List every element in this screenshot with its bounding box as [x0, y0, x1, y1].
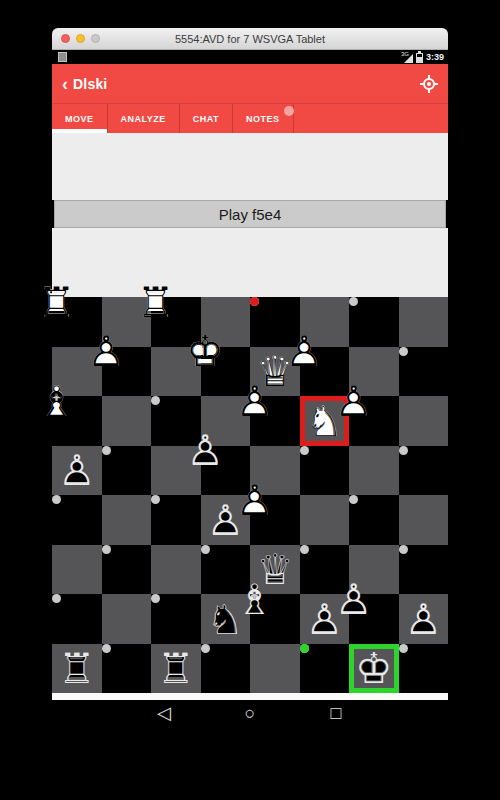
- square-d3[interactable]: ♟♙: [250, 396, 259, 405]
- opponent-name-title: Dlski: [73, 76, 107, 92]
- white-pawn-d5: ♟♙: [250, 495, 259, 504]
- tab-analyze[interactable]: ANALYZE: [108, 104, 180, 133]
- play-move-label: Play f5e4: [219, 206, 282, 223]
- square-b7[interactable]: ♟♙: [349, 594, 358, 603]
- nav-recents-icon[interactable]: □: [325, 704, 347, 745]
- square-g5[interactable]: [102, 495, 152, 545]
- android-status-bar: 3G 3:39: [52, 50, 448, 64]
- square-g6[interactable]: [102, 545, 111, 554]
- square-e8[interactable]: [201, 644, 210, 653]
- status-clock: 3:39: [426, 52, 444, 63]
- square-a5[interactable]: [399, 495, 449, 545]
- notes-badge: [284, 106, 294, 116]
- square-f3[interactable]: [151, 396, 160, 405]
- square-e6[interactable]: [201, 545, 210, 554]
- tab-move[interactable]: MOVE: [52, 104, 108, 133]
- minimize-button[interactable]: [76, 34, 85, 43]
- content-spacer-top: [52, 133, 448, 200]
- battery-icon: [416, 53, 423, 63]
- window-controls: [61, 34, 100, 43]
- square-d5[interactable]: ♟♙: [250, 495, 259, 504]
- square-h3[interactable]: ♝♗: [52, 396, 61, 405]
- square-f8[interactable]: ♜♖: [151, 644, 201, 694]
- square-b8[interactable]: ♚♔: [349, 644, 399, 694]
- black-pawn-h4: ♟♙: [52, 446, 102, 496]
- close-button[interactable]: [61, 34, 70, 43]
- white-pawn-g2: ♟♙: [102, 347, 111, 356]
- sdcard-icon: [58, 52, 67, 62]
- tab-notes[interactable]: NOTES: [233, 104, 294, 133]
- square-a8[interactable]: [399, 644, 408, 653]
- nav-home-icon[interactable]: ○: [239, 704, 261, 745]
- square-f5[interactable]: [151, 495, 160, 504]
- nav-back-icon[interactable]: ◁: [153, 704, 175, 745]
- square-a7[interactable]: ♟♙: [399, 594, 449, 644]
- white-rook-f1: ♜♖: [151, 297, 160, 306]
- square-a3[interactable]: [399, 396, 449, 446]
- tab-bar: MOVE ANALYZE CHAT NOTES: [52, 103, 448, 133]
- settings-gear-icon[interactable]: [420, 75, 438, 93]
- android-nav-bar: ◁ ○ □: [52, 700, 448, 745]
- black-pawn-e4: ♟♙: [201, 446, 210, 455]
- square-b1[interactable]: [349, 297, 358, 306]
- tab-chat-label: CHAT: [193, 114, 219, 124]
- square-e4[interactable]: ♟♙: [201, 446, 210, 455]
- square-h5[interactable]: [52, 495, 61, 504]
- content-spacer-bottom: [52, 228, 448, 297]
- board-footer-strip: [52, 693, 448, 700]
- tab-chat[interactable]: CHAT: [180, 104, 233, 133]
- black-pawn-b7: ♟♙: [349, 594, 358, 603]
- square-a4[interactable]: [399, 446, 408, 455]
- white-bishop-h3: ♝♗: [52, 396, 61, 405]
- square-f1[interactable]: ♜♖: [151, 297, 160, 306]
- tab-move-label: MOVE: [65, 114, 94, 124]
- square-h4[interactable]: ♟♙: [52, 446, 102, 496]
- tab-notes-label: NOTES: [246, 114, 280, 124]
- window-title: 5554:AVD for 7 WSVGA Tablet: [52, 33, 448, 45]
- square-h7[interactable]: [52, 594, 61, 603]
- square-h6[interactable]: [52, 545, 102, 595]
- square-f7[interactable]: [151, 594, 160, 603]
- white-rook-h1: ♜♖: [52, 297, 61, 306]
- square-h1[interactable]: ♜♖: [52, 297, 61, 306]
- square-c5[interactable]: [300, 495, 350, 545]
- square-h8[interactable]: ♜♖: [52, 644, 102, 694]
- square-c4[interactable]: [300, 446, 309, 455]
- status-icons: 3G 3:39: [402, 52, 444, 63]
- square-c8[interactable]: [300, 644, 309, 653]
- square-a1[interactable]: [399, 297, 449, 347]
- square-b5[interactable]: [349, 495, 358, 504]
- square-e2[interactable]: ♚♔: [201, 347, 210, 356]
- app-bar: ‹ Dlski: [52, 64, 448, 103]
- square-a6[interactable]: [399, 545, 408, 554]
- square-b3[interactable]: ♟♙: [349, 396, 358, 405]
- square-a2[interactable]: [399, 347, 408, 356]
- black-pawn-a7: ♟♙: [399, 594, 449, 644]
- square-b4[interactable]: [349, 446, 399, 496]
- black-rook-h8: ♜♖: [52, 644, 102, 694]
- square-d8[interactable]: [250, 644, 300, 694]
- square-c2[interactable]: ♟♙: [300, 347, 309, 356]
- cellular-signal-icon: 3G: [402, 52, 413, 63]
- square-g2[interactable]: ♟♙: [102, 347, 111, 356]
- square-d7[interactable]: ♝♗: [250, 594, 259, 603]
- white-pawn-b3: ♟♙: [349, 396, 358, 405]
- black-bishop-d7: ♝♗: [250, 594, 259, 603]
- tab-analyze-label: ANALYZE: [121, 114, 166, 124]
- black-rook-f8: ♜♖: [151, 644, 201, 694]
- square-g7[interactable]: [102, 594, 152, 644]
- play-move-button[interactable]: Play f5e4: [54, 200, 446, 228]
- square-c6[interactable]: [300, 545, 309, 554]
- square-g3[interactable]: [102, 396, 152, 446]
- square-f6[interactable]: [151, 545, 201, 595]
- back-chevron-icon: ‹: [62, 75, 68, 93]
- white-pawn-c2: ♟♙: [300, 347, 309, 356]
- square-g4[interactable]: [102, 446, 111, 455]
- back-button[interactable]: ‹ Dlski: [62, 75, 107, 93]
- white-pawn-d3: ♟♙: [250, 396, 259, 405]
- square-d1[interactable]: [250, 297, 259, 306]
- window-titlebar: 5554:AVD for 7 WSVGA Tablet: [52, 28, 448, 50]
- chess-board: ♜♖♜♖♟♙♚♔♛♕♟♙♝♗♟♙♞♘♟♙♟♙♟♙♟♙♟♙♛♕♞♘♝♗♟♙♟♙♟♙…: [52, 297, 448, 693]
- black-king-b8: ♚♔: [349, 644, 399, 694]
- emulator-window: 5554:AVD for 7 WSVGA Tablet 3G 3:39 ‹ Dl…: [52, 28, 448, 745]
- white-king-e2: ♚♔: [201, 347, 210, 356]
- square-g8[interactable]: [102, 644, 111, 653]
- maximize-button[interactable]: [91, 34, 100, 43]
